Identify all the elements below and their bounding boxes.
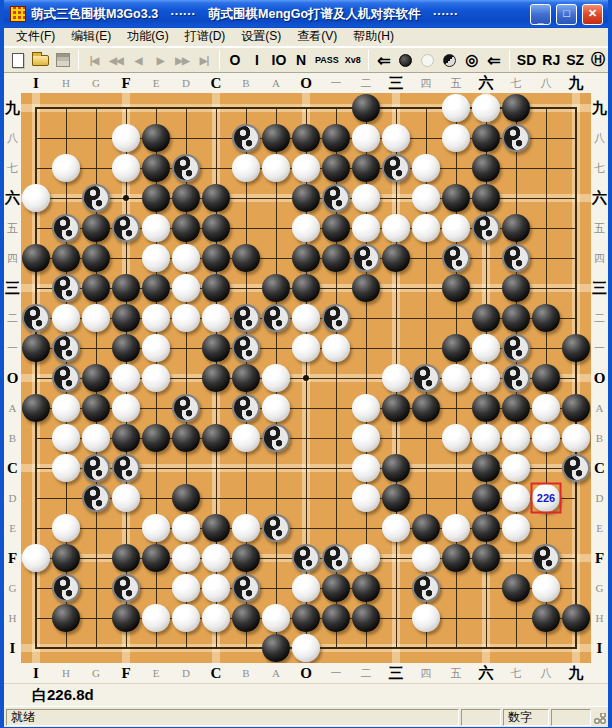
taiji-stone-HG (52, 574, 80, 602)
coordinate-label-D: D (182, 77, 190, 89)
black-stone-DD (172, 484, 200, 512)
taiji-stone-B二 (232, 304, 260, 332)
white-stone-三O (382, 364, 410, 392)
black-stone-九A (562, 394, 590, 422)
mark-ring-button[interactable]: ◎ (462, 49, 482, 71)
takeback-arrow-button[interactable]: ⇐ (374, 49, 394, 71)
black-stone-六E (472, 514, 500, 542)
new-file-button[interactable] (8, 49, 28, 71)
menu-item-3[interactable]: 打谱(D) (177, 27, 234, 47)
black-stone-O六 (292, 184, 320, 212)
taiji-stone-GD (82, 484, 110, 512)
taiji-stone-二四 (352, 244, 380, 272)
black-stone-一四 (322, 244, 350, 272)
coordinate-label-G: G (596, 582, 604, 594)
board-O-button[interactable]: O (225, 49, 245, 71)
coordinate-label-B: B (242, 77, 249, 89)
taiji-swirl-icon (80, 182, 113, 215)
coordinate-label-I: I (33, 75, 39, 92)
black-stone-一七 (322, 154, 350, 182)
coordinate-label-五: 五 (451, 76, 462, 91)
close-button[interactable]: ✕ (582, 4, 603, 25)
coordinate-label-A: A (596, 402, 604, 414)
black-stone-一G (322, 574, 350, 602)
coordinate-label-一: 一 (594, 341, 605, 356)
black-stone-G三 (82, 274, 110, 302)
black-stone-六七 (472, 154, 500, 182)
coordinate-label-E: E (153, 667, 160, 679)
black-stone-九H (562, 604, 590, 632)
white-stone-八A (532, 394, 560, 422)
pass-button[interactable]: PASS (313, 49, 341, 71)
black-stone-F一 (112, 334, 140, 362)
white-stone-EE (142, 514, 170, 542)
coordinate-label-I: I (597, 640, 603, 657)
white-stone-五E (442, 514, 470, 542)
coordinate-label-六: 六 (479, 74, 494, 93)
black-stone-五六 (442, 184, 470, 212)
open-folder-icon (32, 55, 49, 66)
white-stone-四五 (412, 214, 440, 242)
star-point (123, 195, 129, 201)
black-stone-GO (82, 364, 110, 392)
back-arrow-button[interactable]: ⇐ (484, 49, 504, 71)
white-stone-七B (502, 424, 530, 452)
taiji-swirl-icon (290, 542, 323, 575)
black-stone-BO (232, 364, 260, 392)
taiji-swirl-icon (500, 122, 533, 155)
coordinate-label-O: O (300, 665, 312, 682)
taiji-swirl-icon (230, 332, 263, 365)
taiji-swirl-icon (500, 362, 533, 395)
white-stone-九B (562, 424, 590, 452)
maximize-icon: □ (563, 7, 570, 19)
black-stone-C六 (202, 184, 230, 212)
left-arrow-icon: ⇐ (377, 51, 390, 70)
taiji-stone-B八 (232, 124, 260, 152)
title-bar[interactable]: 萌式三色围棋M3Go3.3 ······ 萌式围棋MengGo打谱及人机对弈软件… (4, 0, 608, 28)
taiji-swirl-icon (260, 512, 293, 545)
black-stone-button[interactable] (396, 49, 416, 71)
black-stone-一八 (322, 124, 350, 152)
xv8-button[interactable]: Xv8 (343, 49, 363, 71)
coordinate-label-三: 三 (389, 74, 404, 93)
black-stone-五三 (442, 274, 470, 302)
menu-item-1[interactable]: 编辑(E) (63, 27, 119, 47)
black-stone-二七 (352, 154, 380, 182)
coordinate-label-O: O (7, 370, 19, 387)
coordinate-label-I: I (33, 665, 39, 682)
black-stone-八O (532, 364, 560, 392)
black-stone-七五 (502, 214, 530, 242)
taiji-stone-GC (82, 454, 110, 482)
save-floppy-icon (56, 53, 70, 67)
grid-line (575, 107, 577, 649)
coordinate-label-C: C (7, 460, 18, 477)
white-stone-AH (262, 604, 290, 632)
black-stone-C四 (202, 244, 230, 272)
black-stone-C一 (202, 334, 230, 362)
taiji-stone-OF (292, 544, 320, 572)
sz-button[interactable]: SZ (564, 49, 586, 71)
coordinate-label-一: 一 (331, 666, 342, 681)
taiji-stone-FC (112, 454, 140, 482)
black-stone-FB (112, 424, 140, 452)
taiji-stone-BA (232, 394, 260, 422)
white-stone-EO (142, 364, 170, 392)
coordinate-label-H: H (62, 77, 70, 89)
coordinate-label-八: 八 (594, 131, 605, 146)
coordinate-label-F: F (121, 665, 130, 682)
menu-item-5[interactable]: 查看(V) (289, 27, 345, 47)
black-stone-O三 (292, 274, 320, 302)
coordinate-label-五: 五 (594, 221, 605, 236)
black-stone-二G (352, 574, 380, 602)
taiji-stone-七八 (502, 124, 530, 152)
taiji-stone-一二 (322, 304, 350, 332)
coordinate-label-F: F (595, 550, 604, 567)
taiji-stone-四G (412, 574, 440, 602)
taiji-stone-一F (322, 544, 350, 572)
white-stone-DG (172, 574, 200, 602)
white-stone-AA (262, 394, 290, 422)
rj-button[interactable]: RJ (540, 49, 562, 71)
black-stone-O八 (292, 124, 320, 152)
nav-back-button[interactable]: ◀ (128, 49, 148, 71)
taiji-swirl-icon (50, 272, 83, 305)
black-stone-CO (202, 364, 230, 392)
taiji-stone-HO (52, 364, 80, 392)
nav-forward-button[interactable]: ▶ (150, 49, 170, 71)
coordinate-label-八: 八 (541, 666, 552, 681)
white-stone-FA (112, 394, 140, 422)
taiji-stone-H一 (52, 334, 80, 362)
black-stone-七三 (502, 274, 530, 302)
status-bar: 就绪 数字 (4, 706, 608, 727)
black-stone-四E (412, 514, 440, 542)
taiji-stone-I二 (22, 304, 50, 332)
white-stone-二六 (352, 184, 380, 212)
taiji-swirl-icon (410, 572, 443, 605)
white-stone-四F (412, 544, 440, 572)
white-stone-一一 (322, 334, 350, 362)
taiji-swirl-icon (500, 332, 533, 365)
coordinate-label-D: D (596, 492, 604, 504)
taiji-stone-五四 (442, 244, 470, 272)
status-panel-1 (461, 709, 501, 726)
black-stone-E六 (142, 184, 170, 212)
black-stone-二九 (352, 94, 380, 122)
black-stone-GA (82, 394, 110, 422)
white-stone-EH (142, 604, 170, 632)
black-stone-E七 (142, 154, 170, 182)
taiji-swirl-icon (50, 572, 83, 605)
black-stone-AI (262, 634, 290, 662)
white-stone-八B (532, 424, 560, 452)
white-stone-O一 (292, 334, 320, 362)
white-stone-二八 (352, 124, 380, 152)
nav-fast-back-button[interactable]: ◀◀ (106, 49, 126, 71)
taiji-swirl-icon (80, 452, 113, 485)
white-stone-五八 (442, 124, 470, 152)
coordinate-label-D: D (182, 667, 190, 679)
white-stone-E四 (142, 244, 170, 272)
double-circle-icon: ◎ (465, 51, 478, 69)
board-I-button[interactable]: I (247, 49, 267, 71)
white-stone-I六 (22, 184, 50, 212)
white-stone-OG (292, 574, 320, 602)
black-stone-HH (52, 604, 80, 632)
nav-first-button[interactable]: |◀ (84, 49, 104, 71)
taiji-swirl-icon (500, 242, 533, 275)
black-stone-五一 (442, 334, 470, 362)
menu-item-6[interactable]: 帮助(H) (345, 27, 402, 47)
black-stone-C三 (202, 274, 230, 302)
taiji-stone-D七 (172, 154, 200, 182)
taiji-swirl-icon (410, 362, 443, 395)
black-stone-F二 (112, 304, 140, 332)
white-stone-F七 (112, 154, 140, 182)
coordinate-label-九: 九 (569, 664, 584, 683)
taiji-swirl-icon (50, 332, 83, 365)
coordinate-label-B: B (596, 432, 603, 444)
resize-grip[interactable] (593, 713, 606, 726)
coordinate-label-五: 五 (451, 666, 462, 681)
taiji-stone-icon (443, 54, 456, 67)
black-stone-七九 (502, 94, 530, 122)
coordinate-label-四: 四 (421, 666, 432, 681)
white-stone-二五 (352, 214, 380, 242)
white-stone-E二 (142, 304, 170, 332)
maximize-button[interactable]: □ (556, 4, 577, 25)
black-stone-一H (322, 604, 350, 632)
status-panel-2 (551, 709, 591, 726)
black-stone-六D (472, 484, 500, 512)
black-stone-E八 (142, 124, 170, 152)
coordinate-label-O: O (300, 75, 312, 92)
white-stone-A七 (262, 154, 290, 182)
black-stone-B四 (232, 244, 260, 272)
white-stone-八G (532, 574, 560, 602)
taiji-swirl-icon (110, 212, 143, 245)
taiji-swirl-icon (50, 362, 83, 395)
nav-fast-forward-button[interactable]: ▶▶ (172, 49, 192, 71)
coordinate-label-E: E (596, 522, 603, 534)
coordinate-label-B: B (242, 667, 249, 679)
taiji-stone-七一 (502, 334, 530, 362)
coordinate-label-I: I (10, 640, 16, 657)
star-point (303, 375, 309, 381)
coordinate-label-九: 九 (592, 99, 607, 118)
toolbar-separator (509, 50, 510, 70)
white-stone-O七 (292, 154, 320, 182)
coordinate-label-九: 九 (5, 99, 20, 118)
taiji-stone-button[interactable] (440, 49, 460, 71)
white-stone-O五 (292, 214, 320, 242)
taiji-stone-七O (502, 364, 530, 392)
taiji-stone-AE (262, 514, 290, 542)
board-zone: IHGFEDCBAO一二三四五六七八九 九八七六五四三二一OABCDEFGHI … (4, 73, 608, 683)
right-coordinate-labels: 九八七六五四三二一OABCDEFGHI (591, 93, 608, 663)
black-stone-D六 (172, 184, 200, 212)
taiji-stone-八F (532, 544, 560, 572)
app-icon (10, 6, 26, 22)
black-stone-CE (202, 514, 230, 542)
coordinate-label-一: 一 (331, 76, 342, 91)
taiji-stone-三七 (382, 154, 410, 182)
white-stone-三五 (382, 214, 410, 242)
white-stone-六O (472, 364, 500, 392)
white-stone-H二 (52, 304, 80, 332)
black-stone-三四 (382, 244, 410, 272)
coordinate-label-C: C (211, 665, 222, 682)
black-stone-六C (472, 454, 500, 482)
black-stone-BH (232, 604, 260, 632)
black-stone-I四 (22, 244, 50, 272)
black-stone-二H (352, 604, 380, 632)
board-IO-button[interactable]: IO (269, 49, 289, 71)
taiji-swirl-icon (230, 572, 263, 605)
black-stone-FH (112, 604, 140, 632)
white-stone-DE (172, 514, 200, 542)
coordinate-label-C: C (594, 460, 605, 477)
taiji-swirl-icon (440, 242, 473, 275)
black-stone-EB (142, 424, 170, 452)
black-stone-I一 (22, 334, 50, 362)
white-stone-button[interactable] (418, 49, 438, 71)
taiji-swirl-icon (20, 302, 53, 335)
white-stone-GB (82, 424, 110, 452)
toolbar-separator (219, 50, 220, 70)
coordinate-label-七: 七 (594, 161, 605, 176)
white-stone-AO (262, 364, 290, 392)
black-stone-三D (382, 484, 410, 512)
black-stone-G四 (82, 244, 110, 272)
minimize-button[interactable]: _ (530, 4, 551, 25)
coordinate-label-F: F (8, 550, 17, 567)
white-stone-二B (352, 424, 380, 452)
white-stone-六B (472, 424, 500, 452)
taiji-stone-A二 (262, 304, 290, 332)
black-stone-三A (382, 394, 410, 422)
white-stone-FD (112, 484, 140, 512)
black-stone-IA (22, 394, 50, 422)
white-stone-icon (421, 54, 434, 67)
coordinate-label-D: D (9, 492, 17, 504)
white-stone-FO (112, 364, 140, 392)
black-stone-六六 (472, 184, 500, 212)
taiji-stone-F五 (112, 214, 140, 242)
white-stone-DF (172, 544, 200, 572)
taiji-swirl-icon (320, 542, 353, 575)
black-stone-七二 (502, 304, 530, 332)
taiji-swirl-icon (320, 302, 353, 335)
taiji-stone-G六 (82, 184, 110, 212)
taiji-stone-七四 (502, 244, 530, 272)
coordinate-label-三: 三 (5, 279, 20, 298)
taiji-swirl-icon (80, 482, 113, 515)
menu-item-0[interactable]: 文件(F) (8, 27, 63, 47)
white-stone-三E (382, 514, 410, 542)
coordinate-label-七: 七 (7, 161, 18, 176)
taiji-swirl-icon (230, 392, 263, 425)
white-stone-HE (52, 514, 80, 542)
taiji-stone-BG (232, 574, 260, 602)
black-stone-二三 (352, 274, 380, 302)
white-stone-BE (232, 514, 260, 542)
coordinate-label-二: 二 (361, 76, 372, 91)
menu-item-2[interactable]: 功能(G) (119, 27, 176, 47)
white-stone-二A (352, 394, 380, 422)
coordinate-label-三: 三 (389, 664, 404, 683)
coordinate-label-G: G (92, 667, 100, 679)
taiji-stone-H三 (52, 274, 80, 302)
coordinate-label-H: H (9, 612, 17, 624)
coordinate-label-六: 六 (479, 664, 494, 683)
black-stone-八H (532, 604, 560, 632)
white-stone-E五 (142, 214, 170, 242)
coordinate-label-二: 二 (7, 311, 18, 326)
coordinate-label-九: 九 (569, 74, 584, 93)
menu-item-4[interactable]: 设置(S) (233, 27, 289, 47)
coordinate-label-七: 七 (511, 666, 522, 681)
taiji-swirl-icon (260, 302, 293, 335)
bottom-coordinate-labels: IHGFEDCBAO一二三四五六七八九 (4, 663, 608, 683)
taiji-stone-四O (412, 364, 440, 392)
black-stone-BF (232, 544, 260, 572)
go-board[interactable]: 226 (21, 93, 591, 663)
black-stone-icon (399, 54, 412, 67)
white-stone-四七 (412, 154, 440, 182)
help-circle-button[interactable]: Ⓗ (588, 49, 608, 71)
coordinate-label-G: G (9, 582, 17, 594)
last-move-marker-box (531, 483, 562, 514)
taiji-swirl-icon (110, 452, 143, 485)
coordinate-label-E: E (153, 77, 160, 89)
white-stone-C二 (202, 304, 230, 332)
coordinate-label-C: C (211, 75, 222, 92)
nav-last-button[interactable]: ▶| (194, 49, 214, 71)
taiji-stone-FG (112, 574, 140, 602)
coordinate-label-B: B (9, 432, 16, 444)
move-message-bar: 白226.8d (4, 683, 608, 706)
coordinate-label-六: 六 (592, 189, 607, 208)
close-icon: ✕ (588, 7, 597, 20)
coordinate-label-四: 四 (421, 76, 432, 91)
white-stone-IF (22, 544, 50, 572)
black-stone-九一 (562, 334, 590, 362)
white-stone-H七 (52, 154, 80, 182)
white-stone-五五 (442, 214, 470, 242)
left-arrow-icon: ⇐ (487, 51, 500, 70)
white-stone-OI (292, 634, 320, 662)
coordinate-label-八: 八 (541, 76, 552, 91)
taiji-swirl-icon (230, 122, 263, 155)
save-button[interactable] (53, 49, 73, 71)
black-stone-DB (172, 424, 200, 452)
window-title: 萌式三色围棋M3Go3.3 ······ 萌式围棋MengGo打谱及人机对弈软件… (31, 6, 525, 23)
coordinate-label-F: F (121, 75, 130, 92)
top-coordinate-labels: IHGFEDCBAO一二三四五六七八九 (4, 73, 608, 93)
sd-button[interactable]: SD (515, 49, 538, 71)
taiji-stone-H五 (52, 214, 80, 242)
black-stone-H四 (52, 244, 80, 272)
open-file-button[interactable] (30, 49, 51, 71)
coordinate-label-A: A (272, 77, 280, 89)
black-stone-C五 (202, 214, 230, 242)
board-N-button[interactable]: N (291, 49, 311, 71)
toolbar-separator (78, 50, 79, 70)
